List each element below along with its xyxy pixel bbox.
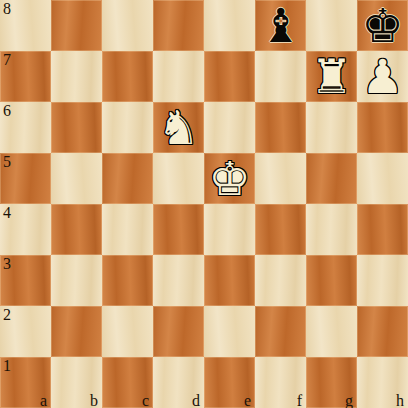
rank-label-5: 5 xyxy=(3,153,11,171)
square-d8[interactable] xyxy=(153,0,204,51)
rank-label-1: 1 xyxy=(3,357,11,375)
square-f4[interactable] xyxy=(255,204,306,255)
square-d7[interactable] xyxy=(153,51,204,102)
square-d3[interactable] xyxy=(153,255,204,306)
square-b1[interactable]: b xyxy=(51,357,102,408)
square-e2[interactable] xyxy=(204,306,255,357)
square-g1[interactable]: g xyxy=(306,357,357,408)
square-d5[interactable] xyxy=(153,153,204,204)
square-h6[interactable] xyxy=(357,102,408,153)
square-h1[interactable]: h xyxy=(357,357,408,408)
piece-black-king-h8[interactable]: ♚ xyxy=(361,0,403,51)
file-label-c: c xyxy=(142,392,149,408)
file-label-e: e xyxy=(244,392,251,408)
square-f2[interactable] xyxy=(255,306,306,357)
square-h8[interactable]: ♚ xyxy=(357,0,408,51)
square-a8[interactable]: 8 xyxy=(0,0,51,51)
square-a1[interactable]: 1a xyxy=(0,357,51,408)
square-c7[interactable] xyxy=(102,51,153,102)
square-a7[interactable]: 7 xyxy=(0,51,51,102)
square-g4[interactable] xyxy=(306,204,357,255)
square-e6[interactable] xyxy=(204,102,255,153)
piece-white-king-e5[interactable]: ♚ xyxy=(208,153,250,204)
square-d1[interactable]: d xyxy=(153,357,204,408)
square-h4[interactable] xyxy=(357,204,408,255)
square-e3[interactable] xyxy=(204,255,255,306)
rank-label-7: 7 xyxy=(3,51,11,69)
square-e8[interactable] xyxy=(204,0,255,51)
square-b3[interactable] xyxy=(51,255,102,306)
square-c6[interactable] xyxy=(102,102,153,153)
square-e4[interactable] xyxy=(204,204,255,255)
square-d2[interactable] xyxy=(153,306,204,357)
file-label-g: g xyxy=(345,392,353,408)
square-f3[interactable] xyxy=(255,255,306,306)
square-h2[interactable] xyxy=(357,306,408,357)
square-b4[interactable] xyxy=(51,204,102,255)
square-c3[interactable] xyxy=(102,255,153,306)
square-a2[interactable]: 2 xyxy=(0,306,51,357)
piece-white-knight-d6[interactable]: ♞ xyxy=(157,102,199,153)
square-g7[interactable]: ♜ xyxy=(306,51,357,102)
file-label-f: f xyxy=(297,392,302,408)
square-f7[interactable] xyxy=(255,51,306,102)
square-g6[interactable] xyxy=(306,102,357,153)
square-b2[interactable] xyxy=(51,306,102,357)
square-e7[interactable] xyxy=(204,51,255,102)
square-f6[interactable] xyxy=(255,102,306,153)
rank-label-8: 8 xyxy=(3,0,11,18)
square-f1[interactable]: f xyxy=(255,357,306,408)
square-a5[interactable]: 5 xyxy=(0,153,51,204)
square-c4[interactable] xyxy=(102,204,153,255)
rank-label-6: 6 xyxy=(3,102,11,120)
square-h3[interactable] xyxy=(357,255,408,306)
square-b8[interactable] xyxy=(51,0,102,51)
square-b7[interactable] xyxy=(51,51,102,102)
chess-board: 8♝♚7♜♟6♞5♚4321abcdefgh xyxy=(0,0,408,408)
square-c1[interactable]: c xyxy=(102,357,153,408)
square-c8[interactable] xyxy=(102,0,153,51)
square-g8[interactable] xyxy=(306,0,357,51)
square-a6[interactable]: 6 xyxy=(0,102,51,153)
square-b5[interactable] xyxy=(51,153,102,204)
square-b6[interactable] xyxy=(51,102,102,153)
file-label-b: b xyxy=(90,392,98,408)
square-g3[interactable] xyxy=(306,255,357,306)
square-f8[interactable]: ♝ xyxy=(255,0,306,51)
square-a4[interactable]: 4 xyxy=(0,204,51,255)
piece-white-rook-g7[interactable]: ♜ xyxy=(310,51,352,102)
square-c2[interactable] xyxy=(102,306,153,357)
square-h7[interactable]: ♟ xyxy=(357,51,408,102)
square-a3[interactable]: 3 xyxy=(0,255,51,306)
rank-label-3: 3 xyxy=(3,255,11,273)
square-h5[interactable] xyxy=(357,153,408,204)
square-g2[interactable] xyxy=(306,306,357,357)
square-g5[interactable] xyxy=(306,153,357,204)
rank-label-4: 4 xyxy=(3,204,11,222)
square-c5[interactable] xyxy=(102,153,153,204)
file-label-d: d xyxy=(192,392,200,408)
square-d4[interactable] xyxy=(153,204,204,255)
square-f5[interactable] xyxy=(255,153,306,204)
piece-white-pawn-h7[interactable]: ♟ xyxy=(361,51,403,102)
square-d6[interactable]: ♞ xyxy=(153,102,204,153)
file-label-h: h xyxy=(396,392,404,408)
square-e5[interactable]: ♚ xyxy=(204,153,255,204)
square-e1[interactable]: e xyxy=(204,357,255,408)
file-label-a: a xyxy=(40,392,47,408)
piece-black-bishop-f8[interactable]: ♝ xyxy=(259,0,301,51)
rank-label-2: 2 xyxy=(3,306,11,324)
